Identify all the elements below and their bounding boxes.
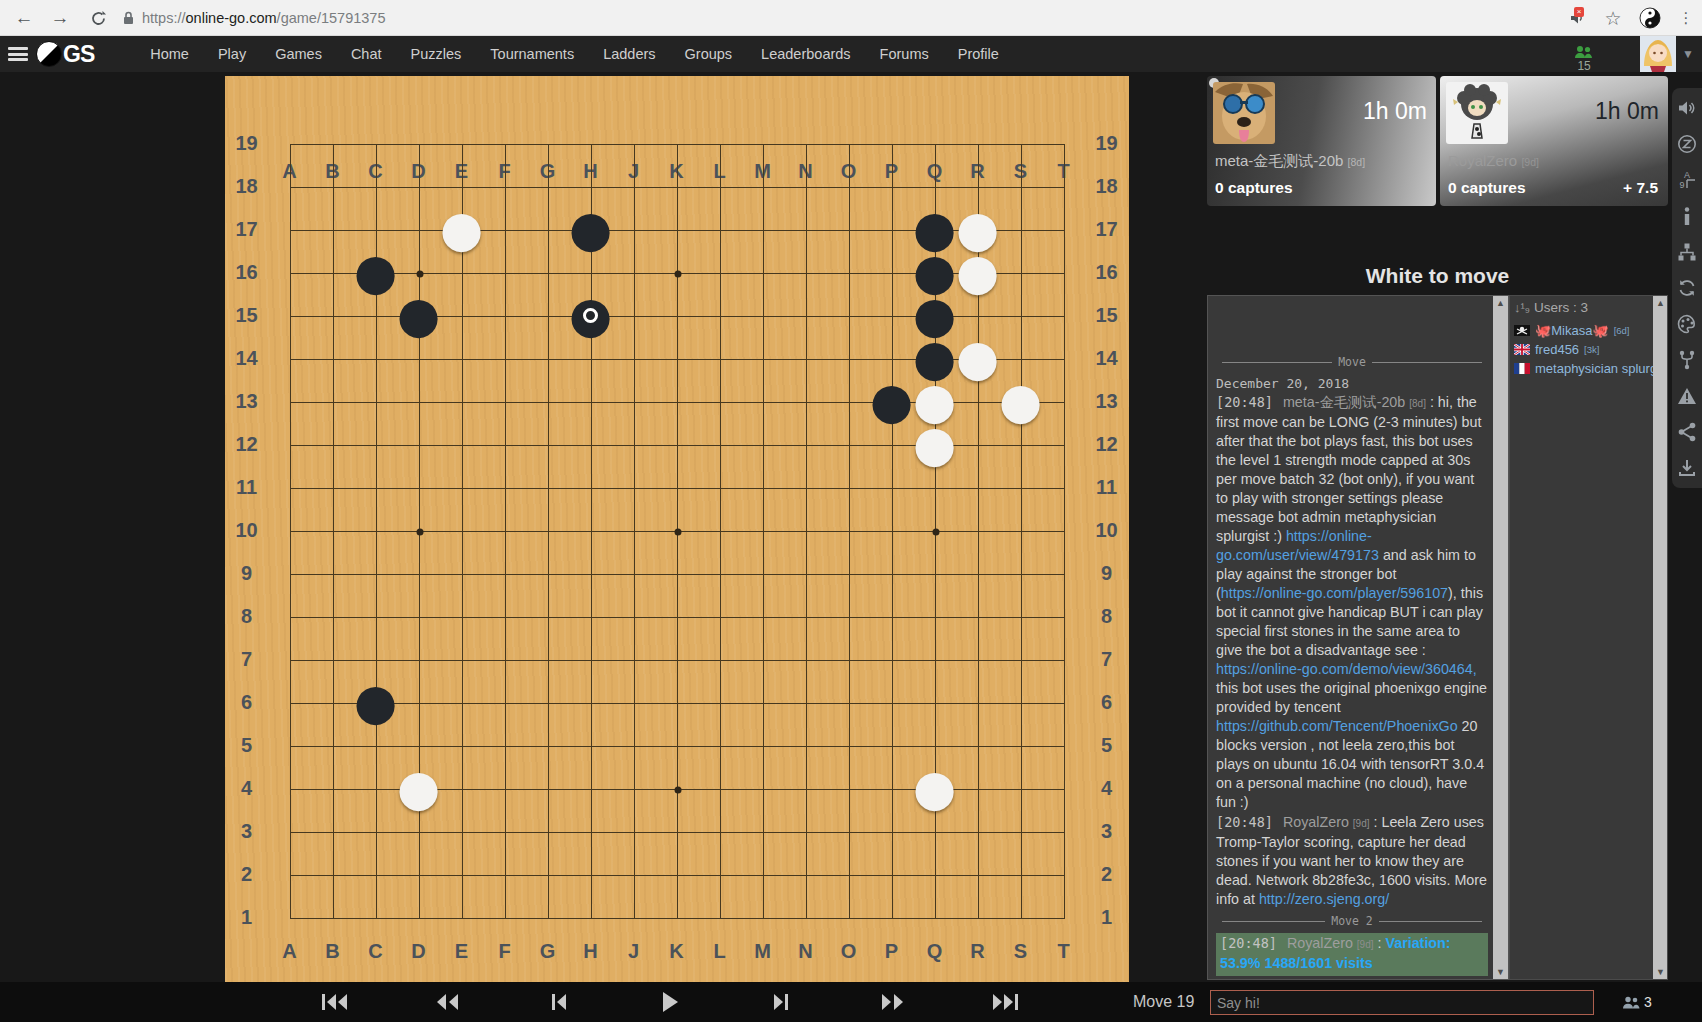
chat-message: [20:48]meta-金毛测试-20b [8d] : hi, the firs… [1216,393,1488,812]
nav-right-cluster: 15 ▼ [1574,36,1694,72]
white-player-avatar[interactable] [1446,82,1508,144]
lock-icon [118,0,138,36]
coord-label: H [569,940,612,963]
chevron-down-icon[interactable]: ▼ [1682,47,1694,61]
user-rank: [3k] [1584,344,1599,355]
goban: ABCDEFGHJKLMNOPQRST ABCDEFGHJKLMNOPQRST … [225,76,1129,982]
coord-label: 6 [1085,681,1128,724]
stone-glyph: ● [913,767,957,810]
coord-label: 15 [225,294,268,337]
white-stone-e17: ● [440,208,483,251]
coord-label: 17 [1085,208,1128,251]
row-labels-left: 19181716151413121110987654321 [225,122,268,939]
coord-label: 16 [225,251,268,294]
coord-label: 12 [1085,423,1128,466]
analyze-icon[interactable] [1675,276,1699,300]
site-nav: GS HomePlayGamesChatPuzzlesTournamentsLa… [0,36,1702,72]
chat-link[interactable]: https://github.com/Tencent/PhoenixGo [1216,718,1458,734]
coord-label: N [784,940,827,963]
chat-timestamp: [20:48] [1220,935,1277,951]
ogs-logo[interactable]: GS [36,41,94,68]
ogs-game-page: ← → https://online-go.com/game/15791375 … [0,0,1702,1022]
coord-label: 10 [225,509,268,552]
black-player-avatar[interactable] [1213,82,1275,144]
black-stone-h15: ● [569,294,612,337]
user-list: 🐙Mikasa🐙[6d]fred456[3k]metaphysician spl… [1510,321,1667,378]
coord-label: T [1042,940,1085,963]
coord-label: 6 [225,681,268,724]
coord-label: 12 [225,423,268,466]
coord-label: 9 [1085,552,1128,595]
users-header: ↓¹₉ Users : 3 [1510,296,1667,321]
coord-label: O [827,940,870,963]
scroll-down-icon[interactable]: ▼ [1493,965,1508,979]
black-player-card: 1h 0m meta-金毛测试-20b [8d] 0 captures [1207,76,1436,206]
nav-item-games[interactable]: Games [275,46,322,62]
fork-game-icon[interactable] [1675,348,1699,372]
fast-back-button[interactable] [432,991,462,1013]
coord-label: P [870,940,913,963]
svg-text:A: A [1684,170,1690,180]
coord-label: 18 [1085,165,1128,208]
chat-timestamp: [20:48] [1216,814,1273,830]
white-stone-q4: ● [913,767,956,810]
coord-label: C [354,940,397,963]
tab-mute-icon[interactable]: × [1565,0,1591,36]
column-labels-bottom: ABCDEFGHJKLMNOPQRST [268,940,1085,963]
online-count: 15 [1577,59,1590,73]
uk-flag-icon [1514,344,1530,355]
chat-link[interactable]: https://online-go.com/player/596107 [1221,585,1448,601]
chat-link[interactable]: https://online-go.com/demo/view/360464, [1216,661,1477,677]
jump-to-end-button[interactable] [990,991,1020,1013]
coord-label: M [741,940,784,963]
coord-label: J [612,940,655,963]
coord-label: 11 [1085,466,1128,509]
user-name[interactable]: fred456 [1535,342,1579,357]
coord-label: 17 [225,208,268,251]
nav-item-home[interactable]: Home [150,46,189,62]
move-divider: Move 2 [1216,912,1488,931]
browser-profile-avatar[interactable] [1636,0,1664,36]
ogs-logo-stone-icon [36,41,62,67]
white-stone-d4: ● [397,767,440,810]
user-name[interactable]: metaphysician splurg [1535,361,1657,376]
coord-label: 10 [1085,509,1128,552]
scroll-up-icon[interactable]: ▲ [1653,296,1668,310]
stone-glyph: ● [440,208,484,251]
coord-label: A [268,940,311,963]
coord-label: 13 [1085,380,1128,423]
nav-item-forums[interactable]: Forums [880,46,929,62]
user-list-item[interactable]: metaphysician splurg [1510,359,1667,378]
row-labels-right: 19181716151413121110987654321 [1085,122,1128,939]
stone-glyph: ● [913,423,957,466]
viewer-count: 3 [1622,982,1652,1022]
online-users-indicator[interactable]: 15 [1574,45,1594,73]
white-stone-s13: ● [999,380,1042,423]
url-host: online-go.com [186,10,277,26]
url-path: /game/15791375 [277,10,386,26]
black-player-rank: [8d] [1348,156,1366,168]
coord-label: 3 [225,810,268,853]
black-stone-c16: ● [354,251,397,294]
move-navigation [320,982,1020,1022]
coord-label: 5 [225,724,268,767]
jump-to-start-button[interactable] [320,991,350,1013]
coord-label: B [311,940,354,963]
users-panel: ↓¹₉ Users : 3 🐙Mikasa🐙[6d]fred456[3k]met… [1509,295,1668,980]
nav-menu: HomePlayGamesChatPuzzlesTournamentsLadde… [150,46,999,62]
coord-label: D [397,940,440,963]
chat-link[interactable]: https://online-go.com/user/view/479173 [1216,528,1379,563]
users-count-label: Users : 3 [1534,300,1588,315]
stone-glyph: ● [569,208,613,251]
stone-glyph: ● [354,251,398,294]
white-player-name[interactable]: RoyalZero [9d] [1448,152,1539,169]
black-stone-d15: ● [397,294,440,337]
user-list-item[interactable]: fred456[3k] [1510,340,1667,359]
coord-label: 3 [1085,810,1128,853]
stone-glyph: ● [354,681,398,724]
board-intersections[interactable]: ●●●●●●●●●●●●●●●●●●● [268,122,1085,939]
white-stone-r14: ● [956,337,999,380]
chat-timestamp: [20:48] [1216,394,1273,410]
bottom-control-bar: Move 19 3 [0,982,1702,1022]
people-icon [1622,996,1641,1009]
coord-label: 7 [225,638,268,681]
chat-date: December 20, 2018 [1216,374,1488,393]
download-sgf-icon[interactable] [1675,456,1699,480]
share-icon[interactable] [1675,420,1699,444]
browser-forward-icon[interactable]: → [46,0,74,36]
coord-label: F [483,940,526,963]
black-player-name[interactable]: meta-金毛测试-20b [8d] [1215,152,1365,171]
white-stone-q12: ● [913,423,956,466]
move-number-label: Move 19 [1133,982,1194,1022]
game-chat-panel: MoveDecember 20, 2018[20:48]meta-金毛测试-20… [1207,295,1509,980]
score-estimate-icon[interactable] [1675,312,1699,336]
coord-label: 13 [225,380,268,423]
white-clock: 1h 0m [1595,98,1659,125]
stone-glyph: ● [870,380,914,423]
coord-label: R [956,940,999,963]
hamburger-menu-icon[interactable] [8,47,28,61]
fast-forward-button[interactable] [878,991,908,1013]
coord-label: Q [913,940,956,963]
chat-username[interactable]: RoyalZero [1287,935,1357,951]
white-stone-r16: ● [956,251,999,294]
coord-label: 8 [1085,595,1128,638]
white-captures: 0 captures [1448,179,1526,197]
scroll-down-icon[interactable]: ▼ [1653,965,1668,979]
volume-icon[interactable] [1675,96,1699,120]
coord-label: 19 [225,122,268,165]
stone-glyph: ● [956,337,1000,380]
variation-message[interactable]: [20:48]RoyalZero [9d] : Variation: 53.9%… [1216,933,1488,976]
stone-glyph: ● [956,251,1000,294]
report-icon[interactable] [1675,384,1699,408]
people-icon [1574,45,1594,59]
chat-user-rank: [9d] [1357,939,1374,950]
url-scheme: https:// [142,10,186,26]
stone-glyph: ● [397,294,441,337]
browser-back-icon[interactable]: ← [10,0,38,36]
chat-link[interactable]: http://zero.sjeng.org/ [1259,891,1389,907]
user-list-item[interactable]: 🐙Mikasa🐙[6d] [1510,321,1667,340]
coord-label: L [698,940,741,963]
coord-label: K [655,940,698,963]
black-stone-p13: ● [870,380,913,423]
france-flag-icon [1514,363,1530,374]
coordinates-icon[interactable]: A9 [1675,168,1699,192]
step-forward-button[interactable] [767,991,797,1013]
game-info-icon[interactable] [1675,204,1699,228]
nav-item-tournaments[interactable]: Tournaments [490,46,574,62]
user-name[interactable]: 🐙Mikasa🐙 [1535,323,1609,338]
chat-input[interactable] [1210,990,1594,1015]
black-stone-h17: ● [569,208,612,251]
nav-item-play[interactable]: Play [218,46,246,62]
ogs-logo-text: GS [63,41,94,68]
chat-log: MoveDecember 20, 2018[20:48]meta-金毛测试-20… [1208,296,1493,979]
coord-label: 5 [1085,724,1128,767]
coord-label: S [999,940,1042,963]
to-move-status: White to move [1207,264,1668,288]
coord-label: 2 [1085,853,1128,896]
coord-label: 19 [1085,122,1128,165]
step-back-button[interactable] [543,991,573,1013]
chat-username[interactable]: meta-金毛测试-20b [1283,394,1409,410]
last-move-marker [583,308,598,323]
black-clock: 1h 0m [1363,98,1427,125]
user-avatar[interactable] [1640,36,1676,72]
coord-label: 18 [225,165,268,208]
browser-menu-icon[interactable]: ⋮ [1674,0,1698,36]
coord-label: 8 [225,595,268,638]
chat-scrollbar[interactable]: ▲▼ [1493,296,1508,979]
stone-glyph: ● [397,767,441,810]
stone-glyph: ● [999,380,1043,423]
coord-label: 4 [225,767,268,810]
nav-item-ladders[interactable]: Ladders [603,46,655,62]
mute-badge: × [1574,7,1584,17]
coord-label: 16 [1085,251,1128,294]
browser-reload-icon[interactable] [84,0,112,36]
zen-mode-icon[interactable] [1675,132,1699,156]
svg-text:9: 9 [1679,180,1684,190]
chat-user-rank: [9d] [1353,818,1370,829]
black-captures: 0 captures [1215,179,1293,197]
chat-user-rank: [8d] [1409,398,1426,409]
coord-label: 9 [225,552,268,595]
game-tools-strip: A9 [1672,88,1702,488]
bookmark-star-icon[interactable]: ☆ [1600,0,1626,36]
coord-label: 14 [1085,337,1128,380]
chat-message: [20:48]RoyalZero [9d] : Leela Zero uses … [1216,813,1488,909]
pirate-flag-icon [1514,325,1530,336]
play-button[interactable] [655,991,685,1013]
users-scrollbar[interactable]: ▲▼ [1653,296,1667,979]
address-bar[interactable]: https://online-go.com/game/15791375 [142,7,385,29]
coord-label: 11 [225,466,268,509]
coord-label: E [440,940,483,963]
move-divider: Move [1216,353,1488,372]
nav-item-groups[interactable]: Groups [685,46,733,62]
chat-username[interactable]: RoyalZero [1283,814,1353,830]
coord-label: G [526,940,569,963]
browser-toolbar: ← → https://online-go.com/game/15791375 … [0,0,1702,36]
white-player-card: 1h 0m RoyalZero [9d] 0 captures + 7.5 [1440,76,1668,206]
coord-label: 2 [225,853,268,896]
nav-item-profile[interactable]: Profile [958,46,999,62]
white-komi-score: + 7.5 [1623,179,1658,197]
nav-item-leaderboards[interactable]: Leaderboards [761,46,851,62]
sort-numeric-icon[interactable]: ↓¹₉ [1514,300,1530,315]
coord-label: 1 [1085,896,1128,939]
coord-label: 15 [1085,294,1128,337]
nav-item-chat[interactable]: Chat [351,46,382,62]
scroll-up-icon[interactable]: ▲ [1493,296,1508,310]
coord-label: 7 [1085,638,1128,681]
coord-label: 1 [225,896,268,939]
nav-item-puzzles[interactable]: Puzzles [411,46,462,62]
coord-label: 4 [1085,767,1128,810]
white-player-rank: [9d] [1521,156,1539,168]
coord-label: 14 [225,337,268,380]
move-tree-icon[interactable] [1675,240,1699,264]
black-stone-c6: ● [354,681,397,724]
user-rank: [6d] [1614,325,1630,336]
viewer-count-value: 3 [1644,994,1652,1010]
